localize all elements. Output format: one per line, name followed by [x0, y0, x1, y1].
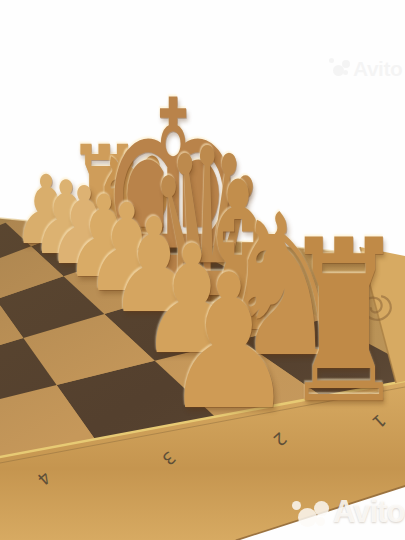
watermark-text: Avito — [333, 494, 404, 530]
board-square — [46, 191, 122, 228]
watermark-top-right: Avito — [327, 51, 405, 87]
avito-logo-icon — [288, 492, 332, 532]
photo-stage: 4321 ♜♟♞♟♝♟♟♚♟♛♟♝♞♟♜♟ Avito Avito — [0, 0, 405, 540]
watermark-text: Avito — [353, 57, 402, 81]
watermark-bottom-right: Avito — [288, 486, 405, 538]
avito-logo-icon — [327, 56, 353, 82]
